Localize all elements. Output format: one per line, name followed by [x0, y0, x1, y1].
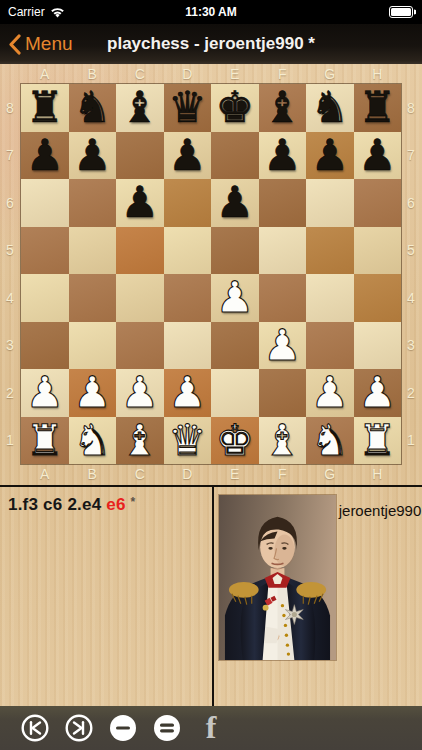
square-a2[interactable]: ♟ — [21, 369, 69, 417]
facebook-share-button[interactable]: f — [197, 714, 225, 742]
piece-black-pawn: ♟ — [168, 132, 207, 179]
move-token-1.f3[interactable]: 1.f3 — [8, 495, 38, 514]
square-h2[interactable]: ♟ — [354, 369, 402, 417]
file-label-b: B — [69, 66, 117, 82]
piece-white-pawn: ♟ — [358, 369, 397, 416]
piece-black-bishop: ♝ — [263, 84, 302, 131]
game-area: ABCDEFGH 87654321 87654321 ♜♞♝♛♚♝♞♜♟♟♟♟♟… — [0, 64, 422, 706]
square-g5[interactable] — [306, 227, 354, 275]
chevron-left-icon — [8, 34, 21, 55]
rank-label-5: 5 — [0, 227, 20, 275]
square-g1[interactable]: ♞ — [306, 417, 354, 465]
square-f4[interactable] — [259, 274, 307, 322]
rank-label-7: 7 — [0, 132, 20, 180]
file-label-c: C — [116, 466, 164, 482]
piece-white-rook: ♜ — [358, 417, 397, 464]
piece-white-knight: ♞ — [73, 417, 112, 464]
square-a6[interactable] — [21, 179, 69, 227]
file-label-b: B — [69, 466, 117, 482]
square-c1[interactable]: ♝ — [116, 417, 164, 465]
piece-black-bishop: ♝ — [120, 84, 159, 131]
opponent-avatar-napoleon-portrait — [218, 494, 337, 661]
menu-back-label: Menu — [25, 33, 73, 55]
square-h4[interactable] — [354, 274, 402, 322]
square-a1[interactable]: ♜ — [21, 417, 69, 465]
square-f8[interactable]: ♝ — [259, 84, 307, 132]
square-h6[interactable] — [354, 179, 402, 227]
square-e8[interactable]: ♚ — [211, 84, 259, 132]
file-label-d: D — [164, 66, 212, 82]
square-b8[interactable]: ♞ — [69, 84, 117, 132]
rank-label-3: 3 — [0, 322, 20, 370]
opponent-pane: jeroentje990 — [214, 487, 422, 706]
piece-white-pawn: ♟ — [25, 369, 64, 416]
square-d4[interactable] — [164, 274, 212, 322]
skip-to-start-icon — [21, 714, 49, 742]
skip-to-end-icon — [65, 714, 93, 742]
piece-white-rook: ♜ — [25, 417, 64, 464]
square-d7[interactable]: ♟ — [164, 132, 212, 180]
piece-black-pawn: ♟ — [73, 132, 112, 179]
square-f6[interactable] — [259, 179, 307, 227]
equals-circle-icon — [153, 714, 181, 742]
square-b1[interactable]: ♞ — [69, 417, 117, 465]
square-b2[interactable]: ♟ — [69, 369, 117, 417]
piece-white-pawn: ♟ — [120, 369, 159, 416]
square-e3[interactable] — [211, 322, 259, 370]
rank-label-2: 2 — [401, 369, 421, 417]
rank-label-3: 3 — [401, 322, 421, 370]
opponent-name: jeroentje990 — [338, 502, 422, 519]
move-token-c6[interactable]: c6 — [43, 495, 62, 514]
file-labels-bottom: ABCDEFGH — [21, 466, 401, 482]
square-g7[interactable]: ♟ — [306, 132, 354, 180]
menu-back-button[interactable]: Menu — [0, 33, 73, 55]
file-labels-top: ABCDEFGH — [21, 66, 401, 82]
rank-label-5: 5 — [401, 227, 421, 275]
rank-label-2: 2 — [0, 369, 20, 417]
square-b5[interactable] — [69, 227, 117, 275]
square-g6[interactable] — [306, 179, 354, 227]
file-label-c: C — [116, 66, 164, 82]
file-label-f: F — [259, 66, 307, 82]
navigation-bar: Menu playchess - jeroentje990 * — [0, 24, 422, 64]
rank-labels-left: 87654321 — [0, 84, 20, 464]
facebook-icon: f — [206, 713, 217, 741]
piece-white-bishop: ♝ — [120, 417, 159, 464]
square-h3[interactable] — [354, 322, 402, 370]
square-d5[interactable] — [164, 227, 212, 275]
piece-black-king: ♚ — [215, 84, 254, 131]
rank-label-8: 8 — [0, 84, 20, 132]
piece-black-rook: ♜ — [358, 84, 397, 131]
square-g4[interactable] — [306, 274, 354, 322]
notation-menu-button[interactable] — [153, 714, 181, 742]
rank-label-4: 4 — [401, 274, 421, 322]
square-a4[interactable] — [21, 274, 69, 322]
file-label-h: H — [354, 466, 402, 482]
go-to-end-button[interactable] — [65, 714, 93, 742]
square-d2[interactable]: ♟ — [164, 369, 212, 417]
clock: 11:30 AM — [0, 5, 422, 19]
move-token-e6[interactable]: e6 — [106, 495, 125, 514]
square-f7[interactable]: ♟ — [259, 132, 307, 180]
file-label-h: H — [354, 66, 402, 82]
piece-black-pawn: ♟ — [25, 132, 64, 179]
rank-label-7: 7 — [401, 132, 421, 180]
piece-black-pawn: ♟ — [310, 132, 349, 179]
square-c4[interactable] — [116, 274, 164, 322]
piece-white-king: ♚ — [215, 417, 254, 464]
square-c5[interactable] — [116, 227, 164, 275]
square-a3[interactable] — [21, 322, 69, 370]
square-d1[interactable]: ♛ — [164, 417, 212, 465]
square-d3[interactable] — [164, 322, 212, 370]
square-f3[interactable]: ♟ — [259, 322, 307, 370]
file-label-e: E — [211, 466, 259, 482]
file-label-f: F — [259, 466, 307, 482]
rank-label-6: 6 — [0, 179, 20, 227]
square-h5[interactable] — [354, 227, 402, 275]
square-d8[interactable]: ♛ — [164, 84, 212, 132]
file-label-g: G — [306, 466, 354, 482]
piece-white-queen: ♛ — [168, 417, 207, 464]
rank-labels-right: 87654321 — [401, 84, 421, 464]
square-e4[interactable]: ♟ — [211, 274, 259, 322]
file-label-a: A — [21, 466, 69, 482]
minus-circle-icon — [109, 714, 137, 742]
square-b7[interactable]: ♟ — [69, 132, 117, 180]
piece-black-rook: ♜ — [25, 84, 64, 131]
square-c7[interactable] — [116, 132, 164, 180]
game-result-marker: * — [131, 495, 136, 509]
square-c6[interactable]: ♟ — [116, 179, 164, 227]
piece-black-pawn: ♟ — [263, 132, 302, 179]
status-bar: Carrier 11:30 AM — [0, 0, 422, 24]
piece-white-pawn: ♟ — [73, 369, 112, 416]
rank-label-6: 6 — [401, 179, 421, 227]
move-token-2.e4[interactable]: 2.e4 — [67, 495, 101, 514]
rank-label-4: 4 — [0, 274, 20, 322]
square-e6[interactable]: ♟ — [211, 179, 259, 227]
chess-board: ♜♞♝♛♚♝♞♜♟♟♟♟♟♟♟♟♟♟♟♟♟♟♟♟♜♞♝♛♚♝♞♜ — [21, 84, 401, 464]
file-label-e: E — [211, 66, 259, 82]
piece-white-pawn: ♟ — [310, 369, 349, 416]
rank-label-8: 8 — [401, 84, 421, 132]
square-h8[interactable]: ♜ — [354, 84, 402, 132]
square-f1[interactable]: ♝ — [259, 417, 307, 465]
file-label-g: G — [306, 66, 354, 82]
square-g2[interactable]: ♟ — [306, 369, 354, 417]
piece-white-pawn: ♟ — [263, 322, 302, 369]
rank-label-1: 1 — [0, 417, 20, 465]
piece-black-knight: ♞ — [73, 84, 112, 131]
square-a5[interactable] — [21, 227, 69, 275]
rank-label-1: 1 — [401, 417, 421, 465]
square-g8[interactable]: ♞ — [306, 84, 354, 132]
bottom-toolbar: f — [0, 706, 422, 750]
piece-white-pawn: ♟ — [168, 369, 207, 416]
square-g3[interactable] — [306, 322, 354, 370]
square-f2[interactable] — [259, 369, 307, 417]
piece-white-knight: ♞ — [310, 417, 349, 464]
square-e5[interactable] — [211, 227, 259, 275]
square-d6[interactable] — [164, 179, 212, 227]
square-a8[interactable]: ♜ — [21, 84, 69, 132]
piece-black-pawn: ♟ — [120, 179, 159, 226]
piece-black-knight: ♞ — [310, 84, 349, 131]
file-label-d: D — [164, 466, 212, 482]
square-b6[interactable] — [69, 179, 117, 227]
square-f5[interactable] — [259, 227, 307, 275]
notation-pane: 1.f3c62.e4e6* — [0, 487, 212, 706]
go-to-start-button[interactable] — [21, 714, 49, 742]
square-e2[interactable] — [211, 369, 259, 417]
piece-black-pawn: ♟ — [215, 179, 254, 226]
square-e7[interactable] — [211, 132, 259, 180]
file-label-a: A — [21, 66, 69, 82]
piece-white-pawn: ♟ — [215, 274, 254, 321]
square-c2[interactable]: ♟ — [116, 369, 164, 417]
piece-white-bishop: ♝ — [263, 417, 302, 464]
square-b3[interactable] — [69, 322, 117, 370]
piece-black-pawn: ♟ — [358, 132, 397, 179]
square-c3[interactable] — [116, 322, 164, 370]
square-c8[interactable]: ♝ — [116, 84, 164, 132]
piece-black-queen: ♛ — [168, 84, 207, 131]
square-b4[interactable] — [69, 274, 117, 322]
square-a7[interactable]: ♟ — [21, 132, 69, 180]
move-list: 1.f3c62.e4e6* — [8, 495, 206, 515]
square-h1[interactable]: ♜ — [354, 417, 402, 465]
square-h7[interactable]: ♟ — [354, 132, 402, 180]
square-e1[interactable]: ♚ — [211, 417, 259, 465]
collapse-notation-button[interactable] — [109, 714, 137, 742]
